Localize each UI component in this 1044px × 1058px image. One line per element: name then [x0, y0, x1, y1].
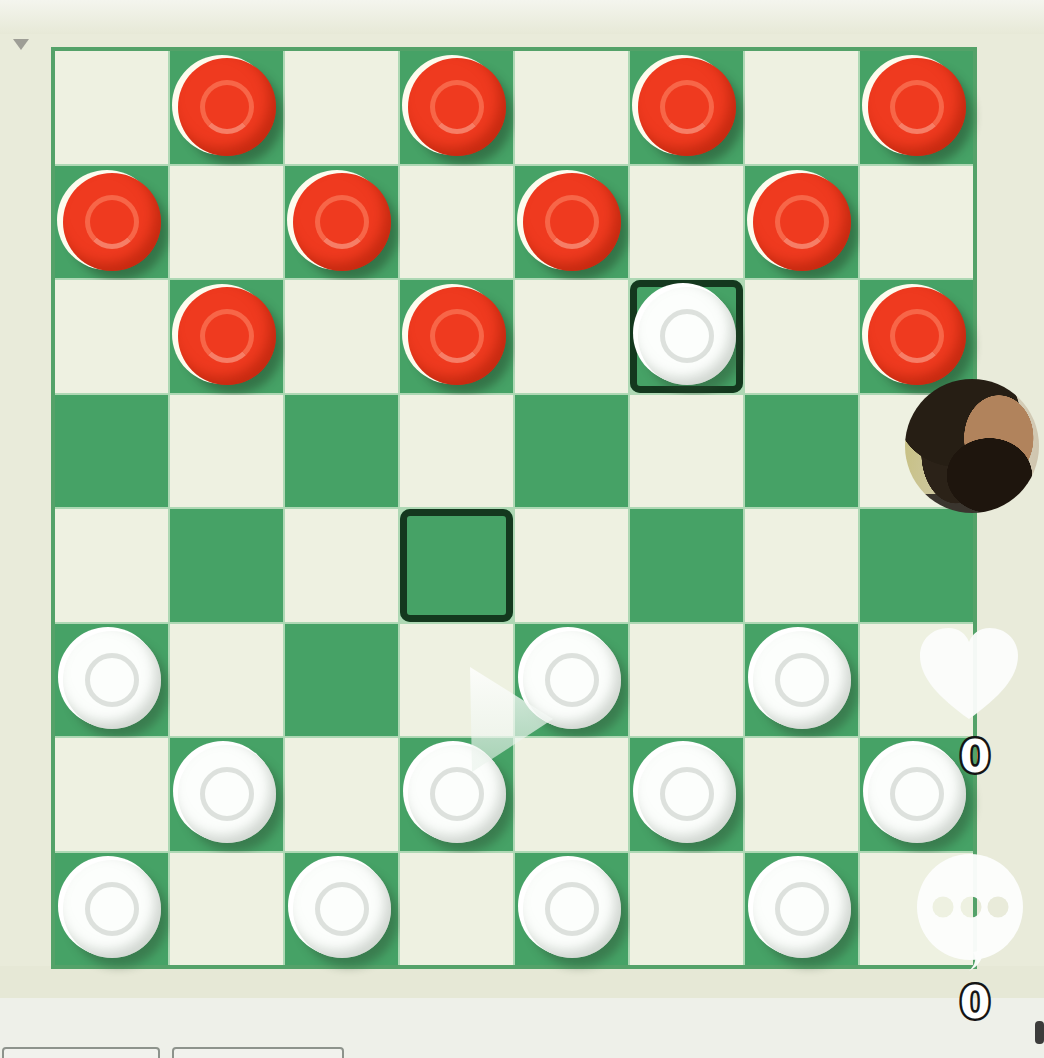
square-r5c7[interactable]: [745, 509, 858, 622]
square-r3c7[interactable]: [745, 280, 858, 393]
square-r8c3[interactable]: [285, 853, 398, 966]
square-r1c1[interactable]: [55, 51, 168, 164]
board: [51, 47, 977, 969]
square-r4c3[interactable]: [285, 395, 398, 508]
square-r5c3[interactable]: [285, 509, 398, 622]
play-icon: [460, 655, 560, 777]
square-r7c6[interactable]: [630, 738, 743, 851]
square-r7c1[interactable]: [55, 738, 168, 851]
red-piece[interactable]: [638, 58, 736, 156]
under-board-strip: [0, 966, 1044, 1000]
square-r2c6[interactable]: [630, 166, 743, 279]
bottom-left-box-2[interactable]: [172, 1047, 344, 1058]
square-r3c6[interactable]: [630, 280, 743, 393]
square-r6c1[interactable]: [55, 624, 168, 737]
square-r4c5[interactable]: [515, 395, 628, 508]
square-r1c8[interactable]: [860, 51, 973, 164]
white-piece[interactable]: [178, 745, 276, 843]
clipped-edge-element: [1035, 1021, 1044, 1044]
square-r6c7[interactable]: [745, 624, 858, 737]
top-background-strip: [0, 0, 1044, 34]
red-piece[interactable]: [408, 58, 506, 156]
white-piece[interactable]: [638, 287, 736, 385]
red-piece[interactable]: [523, 173, 621, 271]
square-r2c8[interactable]: [860, 166, 973, 279]
square-r8c2[interactable]: [170, 853, 283, 966]
square-r6c6[interactable]: [630, 624, 743, 737]
bottom-left-box-1[interactable]: [2, 1047, 160, 1058]
square-r1c5[interactable]: [515, 51, 628, 164]
square-r3c2[interactable]: [170, 280, 283, 393]
square-r3c8[interactable]: [860, 280, 973, 393]
square-r4c2[interactable]: [170, 395, 283, 508]
square-r5c2[interactable]: [170, 509, 283, 622]
red-piece[interactable]: [63, 173, 161, 271]
white-piece[interactable]: [638, 745, 736, 843]
square-r1c2[interactable]: [170, 51, 283, 164]
square-r1c4[interactable]: [400, 51, 513, 164]
square-r2c3[interactable]: [285, 166, 398, 279]
red-piece[interactable]: [408, 287, 506, 385]
white-piece[interactable]: [63, 631, 161, 729]
avatar[interactable]: [905, 379, 1039, 513]
square-r8c4[interactable]: [400, 853, 513, 966]
like-count: 0: [960, 731, 991, 782]
white-piece[interactable]: [63, 860, 161, 958]
square-r6c3[interactable]: [285, 624, 398, 737]
white-piece[interactable]: [523, 860, 621, 958]
square-r3c3[interactable]: [285, 280, 398, 393]
square-r5c6[interactable]: [630, 509, 743, 622]
like-button[interactable]: [910, 615, 1028, 733]
square-r4c7[interactable]: [745, 395, 858, 508]
square-r2c7[interactable]: [745, 166, 858, 279]
white-piece[interactable]: [293, 860, 391, 958]
heart-icon: [910, 615, 1028, 733]
square-r2c5[interactable]: [515, 166, 628, 279]
red-piece[interactable]: [178, 58, 276, 156]
square-r1c7[interactable]: [745, 51, 858, 164]
red-piece[interactable]: [868, 287, 966, 385]
square-r8c7[interactable]: [745, 853, 858, 966]
square-r5c8[interactable]: [860, 509, 973, 622]
square-r2c1[interactable]: [55, 166, 168, 279]
red-piece[interactable]: [178, 287, 276, 385]
white-piece[interactable]: [753, 860, 851, 958]
red-piece[interactable]: [868, 58, 966, 156]
red-piece[interactable]: [753, 173, 851, 271]
square-r7c2[interactable]: [170, 738, 283, 851]
square-r5c5[interactable]: [515, 509, 628, 622]
square-r4c1[interactable]: [55, 395, 168, 508]
comment-button[interactable]: [913, 850, 1031, 974]
square-r8c5[interactable]: [515, 853, 628, 966]
comment-count: 0: [960, 977, 991, 1028]
square-r3c1[interactable]: [55, 280, 168, 393]
square-r1c3[interactable]: [285, 51, 398, 164]
square-r2c4[interactable]: [400, 166, 513, 279]
red-piece[interactable]: [293, 173, 391, 271]
square-r7c7[interactable]: [745, 738, 858, 851]
square-r2c2[interactable]: [170, 166, 283, 279]
square-r4c6[interactable]: [630, 395, 743, 508]
square-r4c4[interactable]: [400, 395, 513, 508]
white-piece[interactable]: [753, 631, 851, 729]
play-button[interactable]: [460, 655, 560, 777]
speech-bubble-dots-icon: [913, 850, 1031, 974]
square-r8c1[interactable]: [55, 853, 168, 966]
square-r5c1[interactable]: [55, 509, 168, 622]
square-r6c2[interactable]: [170, 624, 283, 737]
square-r5c4[interactable]: [400, 509, 513, 622]
square-r3c5[interactable]: [515, 280, 628, 393]
square-r3c4[interactable]: [400, 280, 513, 393]
square-r8c6[interactable]: [630, 853, 743, 966]
square-r7c3[interactable]: [285, 738, 398, 851]
square-r1c6[interactable]: [630, 51, 743, 164]
dropdown-triangle-icon[interactable]: [13, 39, 29, 50]
